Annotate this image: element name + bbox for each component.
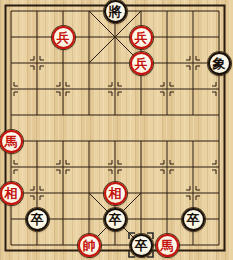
red-elephant-a7[interactable]: 相 [0, 182, 23, 205]
black-soldier-f9[interactable]: 卒 [130, 234, 153, 257]
red-soldier-f2[interactable]: 兵 [130, 52, 153, 75]
black-elephant-i2[interactable]: 象 [208, 52, 231, 75]
red-horse-g9[interactable]: 馬 [156, 234, 179, 257]
black-soldier-e8[interactable]: 卒 [104, 208, 127, 231]
red-horse-a5[interactable]: 馬 [0, 130, 23, 153]
red-elephant-e7[interactable]: 相 [104, 182, 127, 205]
black-soldier-h8[interactable]: 卒 [182, 208, 205, 231]
black-soldier-b8[interactable]: 卒 [26, 208, 49, 231]
red-soldier-f1[interactable]: 兵 [130, 26, 153, 49]
black-general[interactable]: 將 [104, 0, 127, 23]
red-general-d9[interactable]: 帥 [78, 234, 101, 257]
xiangqi-board[interactable]: 將兵兵兵象馬相相卒卒卒帥卒馬 [0, 0, 233, 260]
board-grid[interactable]: 將兵兵兵象馬相相卒卒卒帥卒馬 [0, 0, 232, 258]
red-soldier-c1[interactable]: 兵 [52, 26, 75, 49]
